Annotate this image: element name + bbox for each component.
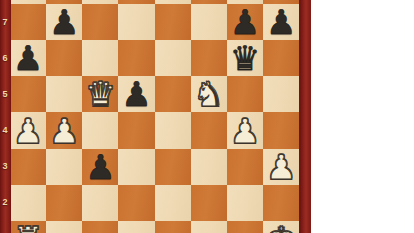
piece-white-pawn-b4[interactable]: ♟ <box>46 112 82 148</box>
square-d6[interactable] <box>118 40 154 76</box>
piece-black-king-a8[interactable]: ♚ <box>10 0 46 4</box>
square-e7[interactable] <box>155 4 191 40</box>
square-h4[interactable] <box>263 112 299 148</box>
square-a7[interactable] <box>10 4 46 40</box>
rank-label-2: 2 <box>0 197 10 207</box>
square-e1[interactable] <box>155 221 191 233</box>
piece-black-pawn-g7[interactable]: ♟ <box>227 4 263 40</box>
square-h6[interactable] <box>263 40 299 76</box>
piece-black-pawn-a6[interactable]: ♟ <box>10 40 46 76</box>
square-e3[interactable] <box>155 149 191 185</box>
piece-black-pawn-c3[interactable]: ♟ <box>82 149 118 185</box>
square-f2[interactable] <box>191 185 227 221</box>
square-h2[interactable] <box>263 185 299 221</box>
piece-black-queen-g6[interactable]: ♛ <box>227 40 263 76</box>
piece-black-pawn-b7[interactable]: ♟ <box>46 4 82 40</box>
rank-label-5: 5 <box>0 89 10 99</box>
piece-black-rook-d8[interactable]: ♜ <box>118 0 154 4</box>
square-g1[interactable] <box>227 221 263 233</box>
piece-white-pawn-g4[interactable]: ♟ <box>227 112 263 148</box>
square-c1[interactable] <box>82 221 118 233</box>
square-c6[interactable] <box>82 40 118 76</box>
square-c7[interactable] <box>82 4 118 40</box>
rank-label-7: 7 <box>0 17 10 27</box>
square-b5[interactable] <box>46 76 82 112</box>
square-a3[interactable] <box>10 149 46 185</box>
square-h5[interactable] <box>263 76 299 112</box>
piece-white-rook-a1[interactable]: ♜ <box>10 221 46 233</box>
square-b2[interactable] <box>46 185 82 221</box>
square-d1[interactable] <box>118 221 154 233</box>
piece-white-knight-f5[interactable]: ♞ <box>191 76 227 112</box>
square-f1[interactable] <box>191 221 227 233</box>
board-frame-right <box>299 0 311 233</box>
square-b1[interactable] <box>46 221 82 233</box>
square-e6[interactable] <box>155 40 191 76</box>
square-d7[interactable] <box>118 4 154 40</box>
square-e4[interactable] <box>155 112 191 148</box>
rank-label-6: 6 <box>0 53 10 63</box>
piece-black-pawn-d5[interactable]: ♟ <box>118 76 154 112</box>
square-b3[interactable] <box>46 149 82 185</box>
square-f4[interactable] <box>191 112 227 148</box>
square-c2[interactable] <box>82 185 118 221</box>
square-a2[interactable] <box>10 185 46 221</box>
piece-white-king-h1[interactable]: ♚ <box>263 221 299 233</box>
square-f6[interactable] <box>191 40 227 76</box>
square-g5[interactable] <box>227 76 263 112</box>
square-d2[interactable] <box>118 185 154 221</box>
square-e2[interactable] <box>155 185 191 221</box>
rank-label-4: 4 <box>0 125 10 135</box>
square-b6[interactable] <box>46 40 82 76</box>
piece-white-pawn-h3[interactable]: ♟ <box>263 149 299 185</box>
piece-white-pawn-a4[interactable]: ♟ <box>10 112 46 148</box>
chess-board-screenshot: ♚♜♟♟♟♟♛♛♟♞♟♟♟♟♟♜♚ 1234567 <box>0 0 414 233</box>
square-g2[interactable] <box>227 185 263 221</box>
piece-black-pawn-h7[interactable]: ♟ <box>263 4 299 40</box>
square-f3[interactable] <box>191 149 227 185</box>
piece-white-queen-c5[interactable]: ♛ <box>82 76 118 112</box>
square-e5[interactable] <box>155 76 191 112</box>
square-d4[interactable] <box>118 112 154 148</box>
square-c4[interactable] <box>82 112 118 148</box>
rank-label-3: 3 <box>0 161 10 171</box>
square-g3[interactable] <box>227 149 263 185</box>
square-a5[interactable] <box>10 76 46 112</box>
square-d3[interactable] <box>118 149 154 185</box>
square-f7[interactable] <box>191 4 227 40</box>
